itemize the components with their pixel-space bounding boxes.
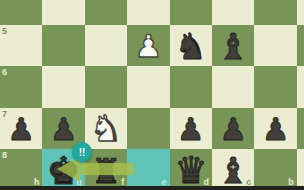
square-d5[interactable]: ♞ xyxy=(170,25,212,66)
square-c4[interactable] xyxy=(212,0,254,25)
black-bishop[interactable]: ♝ xyxy=(212,150,254,190)
square-g4[interactable] xyxy=(42,0,84,25)
bottom-edge-bar xyxy=(0,186,304,190)
square-g5[interactable] xyxy=(42,25,84,66)
rank-label-6: 6 xyxy=(2,67,7,77)
square-e8[interactable]: e xyxy=(127,149,169,190)
square-b6[interactable] xyxy=(254,66,296,107)
black-pawn[interactable]: ♟ xyxy=(170,109,212,150)
square-f5[interactable] xyxy=(85,25,127,66)
brilliant-move-badge: !! xyxy=(72,142,92,162)
rank-label-5: 5 xyxy=(2,26,7,36)
square-b4[interactable] xyxy=(254,0,296,25)
square-h8[interactable]: 8h xyxy=(0,149,42,190)
white-pawn[interactable]: ♟ xyxy=(127,26,169,67)
black-bishop[interactable]: ♝ xyxy=(212,26,254,67)
square-h4[interactable] xyxy=(0,0,42,25)
square-g6[interactable] xyxy=(42,66,84,107)
square-c8[interactable]: c♝ xyxy=(212,149,254,190)
black-pawn[interactable]: ♟ xyxy=(0,109,42,150)
square-a6[interactable] xyxy=(297,66,304,107)
square-h7[interactable]: 7♟ xyxy=(0,108,42,149)
square-e7[interactable] xyxy=(127,108,169,149)
black-queen[interactable]: ♛ xyxy=(170,150,212,190)
chess-board-app: 5♟♞♝67♟♟♞♟♟♟8hg♚f♜ed♛c♝b !! xyxy=(0,0,304,190)
square-a7[interactable] xyxy=(297,108,304,149)
square-e5[interactable]: ♟ xyxy=(127,25,169,66)
black-knight[interactable]: ♞ xyxy=(170,26,212,67)
square-d7[interactable]: ♟ xyxy=(170,108,212,149)
square-h6[interactable]: 6 xyxy=(0,66,42,107)
square-b8[interactable]: b xyxy=(254,149,296,190)
black-pawn[interactable]: ♟ xyxy=(254,109,296,150)
rank-label-8: 8 xyxy=(2,150,7,160)
square-f6[interactable] xyxy=(85,66,127,107)
square-d8[interactable]: d♛ xyxy=(170,149,212,190)
square-b5[interactable] xyxy=(254,25,296,66)
square-h5[interactable]: 5 xyxy=(0,25,42,66)
square-f4[interactable] xyxy=(85,0,127,25)
square-c6[interactable] xyxy=(212,66,254,107)
chess-board: 5♟♞♝67♟♟♞♟♟♟8hg♚f♜ed♛c♝b xyxy=(0,0,304,190)
square-d6[interactable] xyxy=(170,66,212,107)
square-a8[interactable] xyxy=(297,149,304,190)
square-d4[interactable] xyxy=(170,0,212,25)
square-c5[interactable]: ♝ xyxy=(212,25,254,66)
square-e4[interactable] xyxy=(127,0,169,25)
square-a5[interactable] xyxy=(297,25,304,66)
square-b7[interactable]: ♟ xyxy=(254,108,296,149)
square-c7[interactable]: ♟ xyxy=(212,108,254,149)
square-f7[interactable]: ♞ xyxy=(85,108,127,149)
black-pawn[interactable]: ♟ xyxy=(212,109,254,150)
square-e6[interactable] xyxy=(127,66,169,107)
white-knight[interactable]: ♞ xyxy=(85,109,127,150)
square-a4[interactable] xyxy=(297,0,304,25)
